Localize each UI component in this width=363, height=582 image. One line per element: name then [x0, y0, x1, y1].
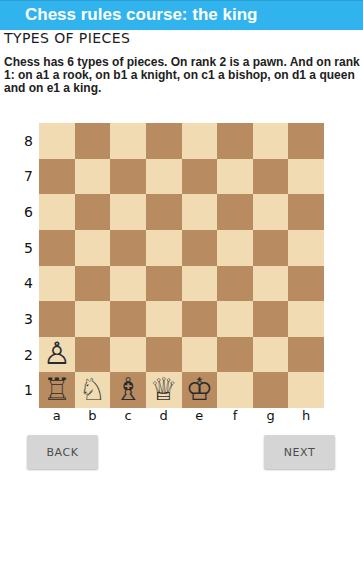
square-f3 [217, 301, 253, 337]
next-button[interactable]: NEXT [264, 435, 335, 469]
square-h7 [288, 159, 324, 195]
square-b5 [75, 230, 111, 266]
white-king-e1: ♔ [185, 374, 213, 405]
square-b4 [75, 266, 111, 302]
square-d1: ♕ [146, 372, 182, 408]
square-g3 [253, 301, 289, 337]
white-queen-d1: ♕ [150, 374, 178, 405]
file-label-c: c [110, 408, 146, 425]
app-title: Chess rules course: the king [25, 5, 257, 25]
square-f1 [217, 372, 253, 408]
square-g1 [253, 372, 289, 408]
rank-label-4: 4 [0, 266, 37, 302]
file-label-a: a [39, 408, 75, 425]
square-g5 [253, 230, 289, 266]
back-button[interactable]: BACK [27, 435, 98, 469]
white-bishop-c1: ♗ [114, 374, 142, 405]
square-a5 [39, 230, 75, 266]
square-g8 [253, 123, 289, 159]
square-d8 [146, 123, 182, 159]
square-b6 [75, 194, 111, 230]
rank-label-2: 2 [0, 337, 37, 373]
square-d6 [146, 194, 182, 230]
file-label-h: h [288, 408, 324, 425]
square-a1: ♖ [39, 372, 75, 408]
square-h2 [288, 337, 324, 373]
square-e8 [182, 123, 218, 159]
white-knight-b1: ♘ [79, 374, 107, 405]
square-e4 [182, 266, 218, 302]
square-f5 [217, 230, 253, 266]
square-b8 [75, 123, 111, 159]
file-label-b: b [75, 408, 111, 425]
square-e2 [182, 337, 218, 373]
square-e1: ♔ [182, 372, 218, 408]
square-c7 [110, 159, 146, 195]
square-b7 [75, 159, 111, 195]
square-a2: ♙ [39, 337, 75, 373]
app-screen: Chess rules course: the king TYPES OF PI… [0, 0, 363, 582]
square-g6 [253, 194, 289, 230]
square-g7 [253, 159, 289, 195]
file-label-e: e [182, 408, 218, 425]
square-c5 [110, 230, 146, 266]
app-bar: Chess rules course: the king [0, 0, 363, 30]
square-g4 [253, 266, 289, 302]
square-f4 [217, 266, 253, 302]
square-e6 [182, 194, 218, 230]
square-f6 [217, 194, 253, 230]
square-f7 [217, 159, 253, 195]
square-h8 [288, 123, 324, 159]
square-b1: ♘ [75, 372, 111, 408]
file-labels: abcdefgh [39, 408, 324, 425]
rank-label-8: 8 [0, 123, 37, 159]
square-f2 [217, 337, 253, 373]
square-a4 [39, 266, 75, 302]
square-f8 [217, 123, 253, 159]
square-c1: ♗ [110, 372, 146, 408]
square-c8 [110, 123, 146, 159]
square-h6 [288, 194, 324, 230]
square-b3 [75, 301, 111, 337]
square-a7 [39, 159, 75, 195]
file-label-g: g [253, 408, 289, 425]
square-e7 [182, 159, 218, 195]
square-c3 [110, 301, 146, 337]
white-pawn-a2: ♙ [43, 338, 71, 369]
lesson-heading: TYPES OF PIECES [4, 30, 130, 46]
square-a6 [39, 194, 75, 230]
square-b2 [75, 337, 111, 373]
square-e5 [182, 230, 218, 266]
square-a3 [39, 301, 75, 337]
chess-board: ♙♖♘♗♕♔ [39, 123, 324, 408]
rank-label-6: 6 [0, 194, 37, 230]
square-d7 [146, 159, 182, 195]
rank-label-1: 1 [0, 372, 37, 408]
square-d5 [146, 230, 182, 266]
square-h4 [288, 266, 324, 302]
rank-labels: 87654321 [0, 123, 37, 408]
square-e3 [182, 301, 218, 337]
rank-label-3: 3 [0, 301, 37, 337]
square-c4 [110, 266, 146, 302]
rank-label-7: 7 [0, 159, 37, 195]
square-c2 [110, 337, 146, 373]
square-h1 [288, 372, 324, 408]
lesson-body-text: Chess has 6 types of pieces. On rank 2 i… [4, 56, 360, 96]
square-h3 [288, 301, 324, 337]
square-g2 [253, 337, 289, 373]
square-c6 [110, 194, 146, 230]
square-a8 [39, 123, 75, 159]
rank-label-5: 5 [0, 230, 37, 266]
square-d3 [146, 301, 182, 337]
file-label-d: d [146, 408, 182, 425]
square-h5 [288, 230, 324, 266]
square-d4 [146, 266, 182, 302]
white-rook-a1: ♖ [43, 374, 71, 405]
square-d2 [146, 337, 182, 373]
file-label-f: f [217, 408, 253, 425]
